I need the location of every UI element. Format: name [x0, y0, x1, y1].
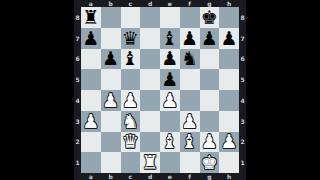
piece-white-pawn: ♟	[161, 91, 178, 110]
piece-black-pawn: ♟	[201, 29, 218, 48]
square-c5[interactable]	[121, 69, 141, 90]
piece-white-pawn: ♟	[82, 112, 99, 131]
square-c1[interactable]	[121, 152, 141, 173]
piece-black-pawn: ♟	[161, 70, 178, 89]
square-b3[interactable]	[101, 111, 121, 132]
square-d8[interactable]	[140, 7, 160, 28]
file-label-c: c	[121, 0, 141, 7]
square-d5[interactable]	[140, 69, 160, 90]
square-g4[interactable]	[200, 90, 220, 111]
rank-label-2: 2	[74, 132, 81, 153]
piece-white-bishop: ♝	[181, 132, 198, 151]
file-label-f: f	[180, 173, 200, 180]
rank-label-6: 6	[239, 49, 246, 70]
file-label-a: a	[81, 0, 101, 7]
square-b2[interactable]	[101, 132, 121, 153]
square-a6[interactable]	[81, 49, 101, 70]
square-e2[interactable]: ♝	[160, 132, 180, 153]
square-e8[interactable]	[160, 7, 180, 28]
rank-label-5: 5	[239, 69, 246, 90]
rank-label-1: 1	[74, 152, 81, 173]
file-label-d: d	[140, 0, 160, 7]
square-a5[interactable]	[81, 69, 101, 90]
rank-label-6: 6	[74, 49, 81, 70]
square-f7[interactable]: ♟	[180, 28, 200, 49]
square-f3[interactable]: ♟	[180, 111, 200, 132]
piece-white-queen: ♛	[122, 132, 139, 151]
piece-black-pawn: ♟	[161, 49, 178, 68]
rank-label-8: 8	[239, 7, 246, 28]
square-a4[interactable]	[81, 90, 101, 111]
square-b5[interactable]	[101, 69, 121, 90]
square-f5[interactable]	[180, 69, 200, 90]
rank-label-4: 4	[74, 90, 81, 111]
file-label-g: g	[200, 173, 220, 180]
square-a7[interactable]: ♟	[81, 28, 101, 49]
piece-white-king: ♚	[201, 153, 218, 172]
rank-label-8: 8	[74, 7, 81, 28]
letterbox-left	[0, 0, 74, 180]
file-label-c: c	[121, 173, 141, 180]
square-b6[interactable]: ♟	[101, 49, 121, 70]
piece-white-pawn: ♟	[201, 132, 218, 151]
file-label-a: a	[81, 173, 101, 180]
square-a8[interactable]: ♜	[81, 7, 101, 28]
file-label-f: f	[180, 0, 200, 7]
piece-black-pawn: ♟	[82, 29, 99, 48]
square-e5[interactable]: ♟	[160, 69, 180, 90]
square-f2[interactable]: ♝	[180, 132, 200, 153]
square-e6[interactable]: ♟	[160, 49, 180, 70]
square-c8[interactable]	[121, 7, 141, 28]
video-frame: abcdefgh abcdefgh 87654321 87654321 ♜♚♟♛…	[0, 0, 320, 180]
piece-black-rook: ♜	[82, 8, 99, 27]
file-label-g: g	[200, 0, 220, 7]
piece-white-pawn: ♟	[122, 91, 139, 110]
file-label-h: h	[219, 0, 239, 7]
square-c6[interactable]: ♝	[121, 49, 141, 70]
file-labels-bottom: abcdefgh	[81, 173, 239, 180]
file-label-b: b	[101, 0, 121, 7]
square-g1[interactable]: ♚	[200, 152, 220, 173]
square-f4[interactable]	[180, 90, 200, 111]
square-g6[interactable]	[200, 49, 220, 70]
square-g5[interactable]	[200, 69, 220, 90]
square-d6[interactable]	[140, 49, 160, 70]
rank-labels-left: 87654321	[74, 7, 81, 173]
rank-label-2: 2	[239, 132, 246, 153]
piece-black-pawn: ♟	[181, 29, 198, 48]
square-h6[interactable]	[219, 49, 239, 70]
square-e3[interactable]	[160, 111, 180, 132]
square-c7[interactable]: ♛	[121, 28, 141, 49]
square-e1[interactable]	[160, 152, 180, 173]
square-g2[interactable]: ♟	[200, 132, 220, 153]
square-d3[interactable]	[140, 111, 160, 132]
piece-black-bishop: ♝	[122, 49, 139, 68]
square-h2[interactable]: ♟	[219, 132, 239, 153]
square-h4[interactable]	[219, 90, 239, 111]
square-d4[interactable]	[140, 90, 160, 111]
piece-white-bishop: ♝	[161, 132, 178, 151]
file-label-e: e	[160, 173, 180, 180]
rank-label-4: 4	[239, 90, 246, 111]
square-b4[interactable]: ♟	[101, 90, 121, 111]
square-h7[interactable]: ♟	[219, 28, 239, 49]
square-d2[interactable]	[140, 132, 160, 153]
square-a2[interactable]	[81, 132, 101, 153]
piece-white-pawn: ♟	[181, 112, 198, 131]
piece-black-knight: ♞	[181, 49, 198, 68]
square-a1[interactable]	[81, 152, 101, 173]
piece-white-rook: ♜	[142, 153, 159, 172]
piece-white-pawn: ♟	[102, 91, 119, 110]
square-h5[interactable]	[219, 69, 239, 90]
square-e4[interactable]: ♟	[160, 90, 180, 111]
square-d7[interactable]	[140, 28, 160, 49]
letterbox-right	[246, 0, 320, 180]
piece-black-bishop: ♝	[161, 29, 178, 48]
square-c3[interactable]: ♞	[121, 111, 141, 132]
square-f8[interactable]	[180, 7, 200, 28]
square-d1[interactable]: ♜	[140, 152, 160, 173]
file-label-e: e	[160, 0, 180, 7]
file-label-b: b	[101, 173, 121, 180]
rank-label-1: 1	[239, 152, 246, 173]
square-g8[interactable]: ♚	[200, 7, 220, 28]
rank-label-7: 7	[74, 28, 81, 49]
file-labels-top: abcdefgh	[81, 0, 239, 7]
piece-black-pawn: ♟	[102, 49, 119, 68]
rank-label-3: 3	[239, 111, 246, 132]
rank-label-5: 5	[74, 69, 81, 90]
square-f6[interactable]: ♞	[180, 49, 200, 70]
piece-white-knight: ♞	[122, 112, 139, 131]
piece-white-pawn: ♟	[221, 132, 238, 151]
square-e7[interactable]: ♝	[160, 28, 180, 49]
square-h3[interactable]	[219, 111, 239, 132]
square-b1[interactable]	[101, 152, 121, 173]
square-h8[interactable]	[219, 7, 239, 28]
piece-black-pawn: ♟	[221, 29, 238, 48]
square-f1[interactable]	[180, 152, 200, 173]
square-c2[interactable]: ♛	[121, 132, 141, 153]
square-a3[interactable]: ♟	[81, 111, 101, 132]
square-h1[interactable]	[219, 152, 239, 173]
square-g7[interactable]: ♟	[200, 28, 220, 49]
file-label-h: h	[219, 173, 239, 180]
square-b8[interactable]	[101, 7, 121, 28]
piece-black-king: ♚	[201, 8, 218, 27]
chess-board: abcdefgh abcdefgh 87654321 87654321 ♜♚♟♛…	[74, 0, 246, 180]
piece-black-queen: ♛	[122, 29, 139, 48]
square-g3[interactable]	[200, 111, 220, 132]
rank-label-3: 3	[74, 111, 81, 132]
rank-label-7: 7	[239, 28, 246, 49]
file-label-d: d	[140, 173, 160, 180]
square-c4[interactable]: ♟	[121, 90, 141, 111]
rank-labels-right: 87654321	[239, 7, 246, 173]
square-b7[interactable]	[101, 28, 121, 49]
board-grid: ♜♚♟♛♝♟♟♟♟♝♟♞♟♟♟♟♟♞♟♛♝♝♟♟♜♚	[81, 7, 239, 173]
